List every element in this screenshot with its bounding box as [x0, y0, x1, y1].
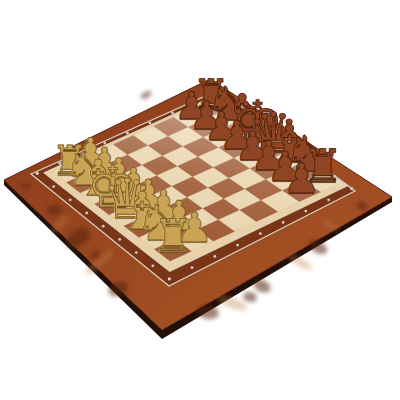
screw-icon [250, 115, 253, 118]
screw-icon [259, 232, 262, 235]
screw-icon [102, 225, 105, 228]
screw-icon [85, 212, 88, 215]
screw-icon [213, 255, 216, 258]
screw-icon [194, 101, 197, 104]
screw-icon [118, 238, 121, 241]
chess-board [0, 0, 400, 400]
screw-icon [300, 151, 303, 154]
screw-icon [69, 198, 72, 201]
screw-icon [171, 111, 174, 114]
screw-icon [333, 175, 336, 178]
screw-icon [126, 132, 129, 135]
screw-icon [81, 152, 84, 155]
wood-knot-icon [139, 90, 152, 101]
screw-icon [282, 221, 285, 224]
screw-icon [266, 127, 269, 130]
screw-icon [216, 91, 219, 94]
screw-icon [327, 198, 330, 201]
screw-icon [149, 122, 152, 125]
screw-icon [317, 163, 320, 166]
screw-icon [191, 266, 194, 269]
wood-knot-icon [47, 205, 61, 215]
screw-icon [168, 278, 171, 281]
screw-icon [36, 172, 39, 175]
wood-knot-icon [242, 290, 258, 303]
screw-icon [283, 139, 286, 142]
screw-icon [236, 244, 239, 247]
screw-icon [135, 251, 138, 254]
screw-icon [58, 162, 61, 165]
screw-icon [103, 142, 106, 145]
screw-icon [233, 103, 236, 106]
chess-set-product-photo: ♜♟♞♟♝♟♚♟♛♟♝♟♟♞♜♟♟♜♞♟♟♝♟♚♟♛♟♝♟♞♟♜ [0, 0, 400, 400]
screw-icon [52, 185, 55, 188]
screw-icon [350, 187, 353, 190]
screw-icon [151, 264, 154, 267]
screw-icon [304, 210, 307, 213]
